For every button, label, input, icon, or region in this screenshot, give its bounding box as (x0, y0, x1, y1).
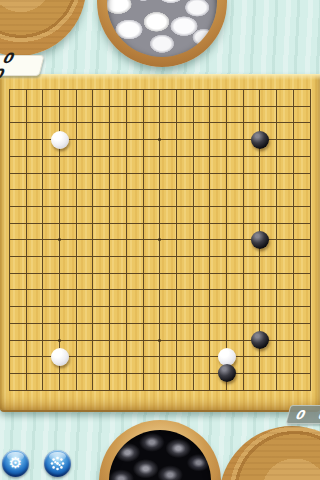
settings-button[interactable]: ⚙ (2, 450, 29, 477)
black-stone (251, 331, 269, 349)
star-point (58, 238, 61, 241)
bowl-lid-bottom (219, 426, 320, 480)
go-board[interactable] (0, 74, 320, 412)
white-stone (51, 348, 69, 366)
star-point (58, 339, 61, 342)
black-bowl-stones (109, 430, 211, 480)
board-grid[interactable] (9, 89, 311, 391)
white-bowl-stones (107, 0, 217, 57)
black-stone (218, 364, 236, 382)
black-stone-bowl (99, 420, 221, 480)
bowl-lid-top (0, 0, 86, 56)
capture-counter-bottom: 0 0 (286, 405, 320, 424)
white-stone-bowl (97, 0, 227, 67)
black-stone (251, 131, 269, 149)
capture-counter-top: 0 0 (0, 55, 45, 76)
new-game-button[interactable] (44, 450, 71, 477)
star-point (158, 138, 161, 141)
star-point (158, 238, 161, 241)
star-point (158, 339, 161, 342)
white-stone (51, 131, 69, 149)
go-app-screen: 0 0 0 0 ⚙ (0, 0, 320, 480)
gear-icon: ⚙ (9, 456, 22, 471)
white-stone (218, 348, 236, 366)
black-stone (251, 231, 269, 249)
stones-pattern-icon (49, 455, 66, 472)
